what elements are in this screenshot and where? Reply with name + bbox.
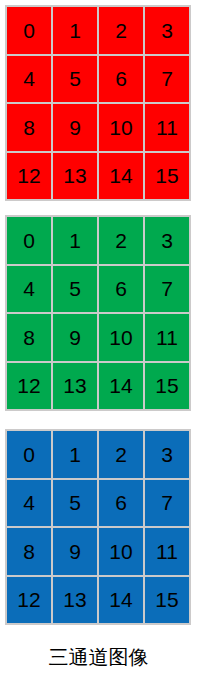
red-channel-cell-5: 5 (53, 56, 97, 103)
green-channel-cell-6: 6 (99, 266, 143, 313)
blue-channel-cell-15: 15 (145, 577, 189, 624)
red-channel-cell-11: 11 (145, 104, 189, 151)
green-channel-cell-3: 3 (145, 217, 189, 264)
red-channel-cell-2: 2 (99, 7, 143, 54)
blue-channel-grid: 0123456789101112131415 (5, 429, 191, 625)
green-channel-cell-15: 15 (145, 363, 189, 410)
red-channel-cell-6: 6 (99, 56, 143, 103)
blue-channel-cell-9: 9 (53, 528, 97, 575)
green-channel-grid: 0123456789101112131415 (5, 215, 191, 411)
blue-channel-cell-4: 4 (7, 480, 51, 527)
green-channel-cell-5: 5 (53, 266, 97, 313)
green-channel-cell-1: 1 (53, 217, 97, 264)
red-channel-cell-8: 8 (7, 104, 51, 151)
red-channel-cell-12: 12 (7, 153, 51, 200)
red-channel-cell-14: 14 (99, 153, 143, 200)
green-channel-cell-14: 14 (99, 363, 143, 410)
blue-channel-cell-13: 13 (53, 577, 97, 624)
red-channel-cell-1: 1 (53, 7, 97, 54)
red-channel-cell-13: 13 (53, 153, 97, 200)
blue-channel-cell-1: 1 (53, 431, 97, 478)
blue-channel-cell-14: 14 (99, 577, 143, 624)
red-channel-cell-7: 7 (145, 56, 189, 103)
green-channel-cell-7: 7 (145, 266, 189, 313)
blue-channel-cell-6: 6 (99, 480, 143, 527)
red-channel-cell-15: 15 (145, 153, 189, 200)
green-channel-cell-11: 11 (145, 314, 189, 361)
blue-channel-cell-2: 2 (99, 431, 143, 478)
red-channel-cell-0: 0 (7, 7, 51, 54)
green-channel-cell-4: 4 (7, 266, 51, 313)
green-channel-cell-8: 8 (7, 314, 51, 361)
blue-channel-cell-3: 3 (145, 431, 189, 478)
blue-channel-cell-7: 7 (145, 480, 189, 527)
green-channel-cell-2: 2 (99, 217, 143, 264)
green-channel-cell-9: 9 (53, 314, 97, 361)
red-channel-cell-10: 10 (99, 104, 143, 151)
blue-channel-cell-8: 8 (7, 528, 51, 575)
blue-channel-cell-0: 0 (7, 431, 51, 478)
red-channel-cell-3: 3 (145, 7, 189, 54)
blue-channel-cell-5: 5 (53, 480, 97, 527)
red-channel-cell-4: 4 (7, 56, 51, 103)
red-channel-cell-9: 9 (53, 104, 97, 151)
blue-channel-cell-10: 10 (99, 528, 143, 575)
green-channel-cell-0: 0 (7, 217, 51, 264)
green-channel-cell-12: 12 (7, 363, 51, 410)
blue-channel-cell-12: 12 (7, 577, 51, 624)
green-channel-cell-13: 13 (53, 363, 97, 410)
caption-three-channel-image: 三通道图像 (0, 644, 197, 670)
green-channel-cell-10: 10 (99, 314, 143, 361)
red-channel-grid: 0123456789101112131415 (5, 5, 191, 201)
blue-channel-cell-11: 11 (145, 528, 189, 575)
